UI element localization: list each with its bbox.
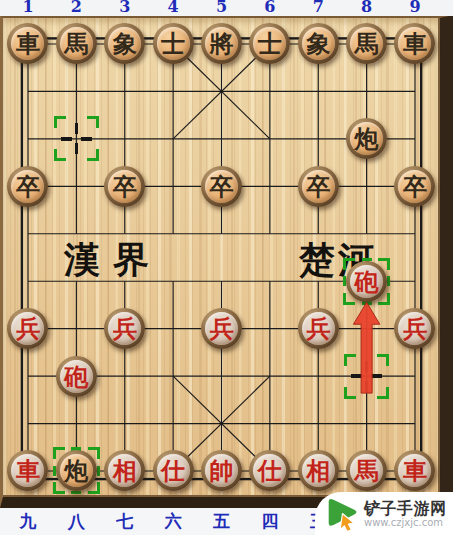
watermark-logo-icon bbox=[323, 493, 361, 534]
file-label-bottom-6: 四 bbox=[261, 512, 278, 530]
piece-advisor-red[interactable]: 仕 bbox=[246, 447, 294, 494]
file-label-bottom-1: 九 bbox=[20, 512, 37, 530]
piece-chariot-black[interactable]: 車 bbox=[4, 20, 52, 67]
file-label-top-1: 1 bbox=[22, 0, 33, 15]
file-label-top-9: 9 bbox=[409, 0, 420, 15]
watermark-site-name: 铲子手游网 bbox=[364, 500, 447, 517]
file-label-top-6: 6 bbox=[264, 0, 275, 15]
piece-soldier-black[interactable]: 卒 bbox=[197, 163, 245, 210]
piece-cannon-black[interactable]: 炮 bbox=[342, 115, 390, 162]
piece-chariot-black[interactable]: 車 bbox=[391, 20, 439, 67]
piece-soldier-black[interactable]: 卒 bbox=[101, 163, 149, 210]
top-coordinates: 123456789 bbox=[0, 0, 453, 16]
piece-elephant-black[interactable]: 象 bbox=[294, 20, 342, 67]
piece-cannon-red[interactable]: 砲 bbox=[52, 352, 100, 399]
file-label-bottom-2: 八 bbox=[68, 512, 85, 530]
piece-general-red[interactable]: 帥 bbox=[197, 447, 245, 494]
file-label-top-5: 5 bbox=[216, 0, 227, 15]
piece-elephant-red[interactable]: 相 bbox=[294, 447, 342, 494]
xiangqi-app-screen: 123456789 漢界 楚河 車馬象士將士象馬車炮卒卒卒卒卒砲兵兵兵兵兵砲車炮… bbox=[0, 0, 453, 535]
file-label-top-3: 3 bbox=[119, 0, 130, 15]
piece-advisor-black[interactable]: 士 bbox=[149, 20, 197, 67]
file-label-bottom-3: 七 bbox=[116, 512, 133, 530]
piece-elephant-black[interactable]: 象 bbox=[101, 20, 149, 67]
piece-soldier-red[interactable]: 兵 bbox=[294, 305, 342, 352]
piece-horse-black[interactable]: 馬 bbox=[52, 20, 100, 67]
piece-horse-red[interactable]: 馬 bbox=[342, 447, 390, 494]
file-label-top-7: 7 bbox=[313, 0, 324, 15]
piece-soldier-red[interactable]: 兵 bbox=[197, 305, 245, 352]
piece-soldier-black[interactable]: 卒 bbox=[391, 163, 439, 210]
piece-advisor-red[interactable]: 仕 bbox=[149, 447, 197, 494]
file-label-bottom-5: 五 bbox=[213, 512, 230, 530]
piece-chariot-red[interactable]: 車 bbox=[391, 447, 439, 494]
crosshair-marker bbox=[52, 115, 100, 162]
piece-elephant-red[interactable]: 相 bbox=[101, 447, 149, 494]
piece-cannon-black[interactable]: 炮 bbox=[52, 447, 100, 494]
piece-soldier-black[interactable]: 卒 bbox=[4, 163, 52, 210]
watermark-text: 铲子手游网 www.czjxjc.com bbox=[364, 500, 447, 528]
piece-soldier-black[interactable]: 卒 bbox=[294, 163, 342, 210]
file-label-top-2: 2 bbox=[71, 0, 82, 15]
piece-horse-black[interactable]: 馬 bbox=[342, 20, 390, 67]
piece-general-black[interactable]: 將 bbox=[197, 20, 245, 67]
board-grid: 車馬象士將士象馬車炮卒卒卒卒卒砲兵兵兵兵兵砲車炮相仕帥仕相馬車 bbox=[4, 20, 439, 494]
file-label-top-4: 4 bbox=[168, 0, 179, 15]
file-label-top-8: 8 bbox=[361, 0, 372, 15]
piece-cannon-red[interactable]: 砲 bbox=[342, 257, 390, 304]
piece-soldier-red[interactable]: 兵 bbox=[4, 305, 52, 352]
piece-soldier-red[interactable]: 兵 bbox=[391, 305, 439, 352]
piece-soldier-red[interactable]: 兵 bbox=[101, 305, 149, 352]
file-label-bottom-4: 六 bbox=[165, 512, 182, 530]
watermark: 铲子手游网 www.czjxjc.com bbox=[315, 492, 453, 535]
piece-advisor-black[interactable]: 士 bbox=[246, 20, 294, 67]
watermark-url: www.czjxjc.com bbox=[364, 517, 447, 528]
crosshair-marker bbox=[342, 352, 390, 399]
piece-chariot-red[interactable]: 車 bbox=[4, 447, 52, 494]
